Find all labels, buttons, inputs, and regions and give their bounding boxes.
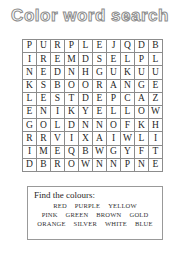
grid-cell-r5c4[interactable]: T: [65, 93, 78, 105]
grid-cell-r8c7[interactable]: I: [107, 132, 120, 144]
word-purple: PURPLE: [75, 201, 100, 210]
word-gold: GOLD: [129, 210, 148, 219]
word-list-line-1: REDPURPLEYELLOW: [28, 201, 162, 210]
grid-cell-r4c7[interactable]: A: [107, 80, 120, 92]
grid-cell-r7c10[interactable]: H: [149, 119, 162, 131]
grid-cell-r9c5[interactable]: B: [79, 146, 92, 158]
grid-cell-r10c6[interactable]: N: [93, 159, 106, 171]
word-brown: BROWN: [96, 210, 121, 219]
grid-cell-r9c2[interactable]: M: [37, 146, 50, 158]
grid-cell-r8c8[interactable]: W: [121, 132, 134, 144]
grid-cell-r8c4[interactable]: I: [65, 132, 78, 144]
word-orange: ORANGE: [37, 219, 65, 228]
grid-cell-r6c7[interactable]: L: [107, 106, 120, 118]
grid-cell-r8c1[interactable]: R: [23, 132, 36, 144]
word-yellow: YELLOW: [108, 201, 137, 210]
grid-cell-r6c4[interactable]: K: [65, 106, 78, 118]
grid-cell-r4c8[interactable]: N: [121, 80, 134, 92]
grid-cell-r7c6[interactable]: N: [93, 119, 106, 131]
grid-cell-r9c4[interactable]: Q: [65, 146, 78, 158]
grid-cell-r3c9[interactable]: U: [135, 66, 148, 78]
grid-cell-r7c9[interactable]: K: [135, 119, 148, 131]
grid-cell-r7c4[interactable]: D: [65, 119, 78, 131]
grid-cell-r7c1[interactable]: G: [23, 119, 36, 131]
grid-cell-r10c1[interactable]: D: [23, 159, 36, 171]
grid-cell-r9c10[interactable]: T: [149, 146, 162, 158]
grid-cell-r8c10[interactable]: I: [149, 132, 162, 144]
grid-cell-r10c7[interactable]: N: [107, 159, 120, 171]
grid-cell-r9c7[interactable]: G: [107, 146, 120, 158]
grid-cell-r10c2[interactable]: B: [37, 159, 50, 171]
grid-cell-r8c6[interactable]: A: [93, 132, 106, 144]
grid-cell-r5c10[interactable]: Z: [149, 93, 162, 105]
grid-cell-r6c3[interactable]: I: [51, 106, 64, 118]
grid-cell-r3c8[interactable]: K: [121, 66, 134, 78]
grid-cell-r8c2[interactable]: R: [37, 132, 50, 144]
grid-cell-r1c8[interactable]: Q: [121, 40, 134, 52]
grid-cell-r9c9[interactable]: F: [135, 146, 148, 158]
page-title: Color word search: [0, 6, 180, 26]
grid-cell-r9c6[interactable]: W: [93, 146, 106, 158]
grid-cell-r4c3[interactable]: B: [51, 80, 64, 92]
grid-cell-r4c1[interactable]: K: [23, 80, 36, 92]
grid-cell-r9c3[interactable]: E: [51, 146, 64, 158]
word-red: RED: [53, 201, 67, 210]
grid-cell-r3c3[interactable]: D: [51, 66, 64, 78]
grid-cell-r7c3[interactable]: L: [51, 119, 64, 131]
grid-cell-r5c9[interactable]: A: [135, 93, 148, 105]
grid-cell-r3c5[interactable]: H: [79, 66, 92, 78]
grid-cell-r10c8[interactable]: P: [121, 159, 134, 171]
grid-cell-r2c8[interactable]: L: [121, 53, 134, 65]
grid-cell-r10c9[interactable]: N: [135, 159, 148, 171]
word-list-line-3: ORANGESILVERWHITEBLUE: [28, 219, 162, 228]
grid-cell-r6c6[interactable]: E: [93, 106, 106, 118]
grid-cell-r9c8[interactable]: Y: [121, 146, 134, 158]
grid-cell-r4c2[interactable]: S: [37, 80, 50, 92]
grid-cell-r5c8[interactable]: C: [121, 93, 134, 105]
grid-cell-r8c9[interactable]: L: [135, 132, 148, 144]
grid-cell-r1c2[interactable]: U: [37, 40, 50, 52]
worksheet-page: { "game": "word-search", "title": "Color…: [0, 0, 180, 257]
grid-cell-r6c5[interactable]: Y: [79, 106, 92, 118]
grid-cell-r3c4[interactable]: N: [65, 66, 78, 78]
find-colours-box: Find the colours: REDPURPLEYELLOW PINKGR…: [27, 186, 163, 240]
grid-cell-r10c3[interactable]: R: [51, 159, 64, 171]
grid-cell-r10c10[interactable]: E: [149, 159, 162, 171]
grid-cell-r3c10[interactable]: U: [149, 66, 162, 78]
grid-cell-r2c5[interactable]: D: [79, 53, 92, 65]
grid-cell-r4c9[interactable]: G: [135, 80, 148, 92]
grid-cell-r10c5[interactable]: W: [79, 159, 92, 171]
grid-cell-r4c10[interactable]: E: [149, 80, 162, 92]
grid-cell-r7c7[interactable]: O: [107, 119, 120, 131]
grid-cell-r1c4[interactable]: P: [65, 40, 78, 52]
grid-cell-r3c2[interactable]: E: [37, 66, 50, 78]
grid-cell-r8c5[interactable]: X: [79, 132, 92, 144]
word-blue: BLUE: [135, 219, 153, 228]
grid-cell-r5c5[interactable]: D: [79, 93, 92, 105]
grid-cell-r2c4[interactable]: M: [65, 53, 78, 65]
grid-cell-r4c4[interactable]: O: [65, 80, 78, 92]
grid-cell-r1c6[interactable]: E: [93, 40, 106, 52]
grid-cell-r1c3[interactable]: R: [51, 40, 64, 52]
grid-cell-r3c1[interactable]: N: [23, 66, 36, 78]
grid-cell-r6c1[interactable]: E: [23, 106, 36, 118]
grid-cell-r4c6[interactable]: R: [93, 80, 106, 92]
grid-cell-r2c3[interactable]: E: [51, 53, 64, 65]
grid-cell-r6c2[interactable]: N: [37, 106, 50, 118]
word-search-grid: PURPLEJQDBIREMDSELPLNEDNHGUKUUKSBOORANGE…: [22, 39, 163, 172]
grid-cell-r2c7[interactable]: E: [107, 53, 120, 65]
word-white: WHITE: [105, 219, 127, 228]
word-green: GREEN: [66, 210, 89, 219]
find-colours-heading: Find the colours:: [34, 190, 162, 200]
grid-cell-r6c9[interactable]: O: [135, 106, 148, 118]
grid-cell-r7c5[interactable]: N: [79, 119, 92, 131]
grid-cell-r6c10[interactable]: W: [149, 106, 162, 118]
grid-cell-r5c3[interactable]: S: [51, 93, 64, 105]
grid-cell-r2c1[interactable]: I: [23, 53, 36, 65]
grid-cell-r4c5[interactable]: O: [79, 80, 92, 92]
grid-cell-r2c2[interactable]: R: [37, 53, 50, 65]
grid-cell-r1c10[interactable]: B: [149, 40, 162, 52]
grid-cell-r8c3[interactable]: V: [51, 132, 64, 144]
grid-cell-r6c8[interactable]: L: [121, 106, 134, 118]
grid-cell-r5c7[interactable]: P: [107, 93, 120, 105]
grid-cell-r1c1[interactable]: P: [23, 40, 36, 52]
word-pink: PINK: [42, 210, 58, 219]
grid-cell-r5c2[interactable]: E: [37, 93, 50, 105]
grid-cell-r2c9[interactable]: P: [135, 53, 148, 65]
grid-cell-r7c2[interactable]: O: [37, 119, 50, 131]
grid-cell-r1c9[interactable]: D: [135, 40, 148, 52]
grid-cell-r9c1[interactable]: I: [23, 146, 36, 158]
grid-cell-r2c6[interactable]: S: [93, 53, 106, 65]
grid-cell-r7c8[interactable]: F: [121, 119, 134, 131]
grid-cell-r1c5[interactable]: L: [79, 40, 92, 52]
grid-cell-r3c7[interactable]: U: [107, 66, 120, 78]
grid-cell-r5c6[interactable]: E: [93, 93, 106, 105]
grid-cell-r1c7[interactable]: J: [107, 40, 120, 52]
grid-cell-r5c1[interactable]: L: [23, 93, 36, 105]
grid-cell-r3c6[interactable]: G: [93, 66, 106, 78]
word-silver: SILVER: [74, 219, 97, 228]
grid-cell-r10c4[interactable]: O: [65, 159, 78, 171]
grid-cell-r2c10[interactable]: L: [149, 53, 162, 65]
word-list-line-2: PINKGREENBROWNGOLD: [28, 210, 162, 219]
